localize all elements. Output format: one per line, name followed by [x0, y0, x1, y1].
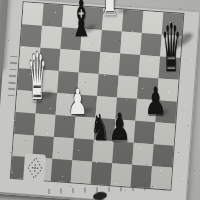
square[interactable]	[139, 55, 161, 78]
black-pawn-g4[interactable]: ♟	[144, 83, 167, 121]
square[interactable]	[34, 113, 56, 136]
black-pawn-e2[interactable]: ♟	[108, 109, 131, 147]
square[interactable]	[71, 160, 93, 183]
square[interactable]	[52, 137, 74, 160]
square[interactable]	[154, 122, 176, 145]
square[interactable]	[59, 49, 81, 72]
white-rook-e8[interactable]: ♜	[100, 0, 119, 20]
square[interactable]	[97, 74, 119, 97]
square[interactable]	[111, 163, 133, 186]
square[interactable]	[42, 4, 64, 27]
square[interactable]	[91, 162, 113, 185]
black-knight-d3[interactable]: ♞	[90, 109, 109, 145]
corner-ornament-stamp	[24, 154, 46, 182]
square[interactable]	[51, 159, 73, 182]
square[interactable]	[134, 121, 156, 144]
white-queen-a4[interactable]: ♛	[28, 44, 47, 109]
square[interactable]	[142, 11, 164, 34]
chessboard-photo: ♜ ♝ ♛ ♛ ♟ ♟ ♞ ♟	[0, 0, 200, 200]
black-bishop-c7[interactable]: ♝	[70, 0, 93, 43]
square[interactable]	[100, 30, 122, 53]
square[interactable]	[132, 143, 154, 166]
square[interactable]	[119, 54, 141, 77]
square[interactable]	[99, 52, 121, 75]
white-pawn-c4[interactable]: ♟	[68, 84, 88, 119]
square[interactable]	[152, 144, 174, 167]
square[interactable]	[22, 2, 44, 25]
square[interactable]	[79, 51, 101, 74]
square[interactable]	[122, 10, 144, 33]
square[interactable]	[117, 75, 139, 98]
square[interactable]	[140, 33, 162, 56]
square[interactable]	[14, 112, 36, 135]
square[interactable]	[120, 32, 142, 55]
black-queen-g6[interactable]: ♛	[161, 15, 181, 82]
